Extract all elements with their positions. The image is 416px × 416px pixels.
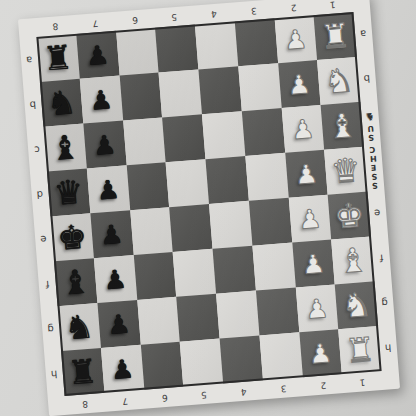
square-d3 — [245, 153, 288, 201]
rank-label-8-bottom: 8 — [65, 393, 106, 415]
piece-black-bishop-f8: ♝ — [60, 265, 92, 300]
square-e1: ♚ — [328, 192, 371, 240]
square-h3 — [259, 332, 302, 380]
square-g8: ♞ — [58, 303, 101, 351]
piece-black-pawn-f7: ♟ — [103, 265, 128, 293]
file-label-g-right: g — [375, 280, 395, 326]
square-h1: ♜ — [338, 326, 381, 374]
square-b5 — [159, 69, 202, 117]
square-h7: ♟ — [101, 345, 144, 393]
piece-black-pawn-a7: ♟ — [85, 41, 110, 69]
square-e2: ♟ — [288, 195, 331, 243]
square-a5 — [155, 25, 198, 73]
square-c8: ♝ — [43, 124, 86, 172]
square-c2: ♟ — [281, 105, 324, 153]
us-chess-knight-icon: ♞ — [364, 110, 375, 124]
square-d1: ♛ — [324, 147, 367, 195]
square-c5 — [162, 114, 205, 162]
square-g1: ♞ — [335, 281, 378, 329]
square-f3 — [252, 243, 295, 291]
square-g6 — [137, 297, 180, 345]
square-f8: ♝ — [54, 258, 97, 306]
square-a2: ♟ — [274, 15, 317, 63]
square-e3 — [249, 198, 292, 246]
square-b3 — [238, 63, 281, 111]
square-c7: ♟ — [83, 121, 126, 169]
square-b2: ♟ — [278, 60, 321, 108]
square-f2: ♟ — [292, 240, 335, 288]
file-label-f-right: f — [371, 235, 391, 281]
rank-label-2-bottom: 2 — [302, 374, 343, 396]
square-b4 — [198, 66, 241, 114]
square-g3 — [256, 287, 299, 335]
square-c1: ♝ — [321, 102, 364, 150]
square-b7: ♟ — [80, 76, 123, 124]
square-g5 — [176, 294, 219, 342]
piece-black-pawn-e7: ♟ — [99, 220, 124, 248]
piece-white-pawn-c2: ♟ — [290, 115, 315, 143]
piece-white-pawn-b2: ♟ — [287, 70, 312, 98]
square-f5 — [173, 249, 216, 297]
square-d2: ♟ — [285, 150, 328, 198]
photo-scene: ♞USCHESS 8877665544332211aabbccddeeffggh… — [0, 0, 416, 416]
piece-black-pawn-b7: ♟ — [88, 86, 113, 114]
piece-white-bishop-c1: ♝ — [326, 108, 358, 143]
piece-black-bishop-c8: ♝ — [49, 130, 81, 165]
square-a3 — [235, 18, 278, 66]
piece-black-rook-a8: ♜ — [42, 40, 74, 75]
file-label-b-right: b — [357, 56, 377, 102]
square-d6 — [126, 162, 169, 210]
piece-black-queen-d8: ♛ — [52, 175, 84, 210]
piece-black-pawn-d7: ♟ — [96, 175, 121, 203]
piece-white-rook-h1: ♜ — [344, 332, 376, 367]
piece-white-rook-a1: ♜ — [319, 18, 351, 53]
piece-white-knight-g1: ♞ — [340, 288, 372, 323]
piece-white-pawn-e2: ♟ — [297, 205, 322, 233]
square-c4 — [202, 111, 245, 159]
piece-black-pawn-c7: ♟ — [92, 131, 117, 159]
square-a4 — [195, 21, 238, 69]
square-e4 — [209, 201, 252, 249]
piece-white-pawn-h2: ♟ — [308, 339, 333, 367]
square-d7: ♟ — [87, 165, 130, 213]
square-g7: ♟ — [97, 300, 140, 348]
square-b8: ♞ — [40, 79, 83, 127]
square-a1: ♜ — [314, 12, 357, 60]
square-a6 — [116, 28, 159, 76]
square-f7: ♟ — [94, 255, 137, 303]
piece-white-queen-d1: ♛ — [330, 153, 362, 188]
square-f6 — [133, 252, 176, 300]
square-d4 — [205, 156, 248, 204]
square-h8: ♜ — [61, 348, 104, 396]
square-b1: ♞ — [317, 57, 360, 105]
piece-white-king-e1: ♚ — [333, 198, 365, 233]
file-label-e-right: e — [368, 190, 388, 236]
square-h4 — [220, 335, 263, 383]
rank-label-5-bottom: 5 — [183, 383, 224, 405]
rank-label-3-bottom: 3 — [263, 377, 304, 399]
piece-white-pawn-d2: ♟ — [294, 160, 319, 188]
square-f4 — [213, 246, 256, 294]
square-b6 — [119, 73, 162, 121]
square-e8: ♚ — [50, 213, 93, 261]
piece-black-rook-h8: ♜ — [67, 354, 99, 389]
square-g4 — [216, 291, 259, 339]
square-c6 — [123, 117, 166, 165]
piece-white-pawn-g2: ♟ — [304, 294, 329, 322]
square-a7: ♟ — [76, 31, 119, 79]
square-d5 — [166, 159, 209, 207]
piece-black-king-e8: ♚ — [56, 220, 88, 255]
square-a8: ♜ — [36, 34, 79, 82]
piece-white-pawn-a2: ♟ — [283, 25, 308, 53]
square-e5 — [169, 204, 212, 252]
piece-white-knight-b1: ♞ — [323, 63, 355, 98]
piece-black-pawn-g7: ♟ — [106, 310, 131, 338]
rank-label-1-bottom: 1 — [342, 371, 383, 393]
chess-board: ♞USCHESS 8877665544332211aabbccddeeffggh… — [18, 0, 400, 416]
rank-label-4-bottom: 4 — [223, 380, 264, 402]
square-e6 — [130, 207, 173, 255]
square-e7: ♟ — [90, 210, 133, 258]
file-label-a-right: a — [353, 11, 373, 57]
square-h6 — [140, 342, 183, 390]
square-h5 — [180, 339, 223, 387]
square-h2: ♟ — [299, 329, 342, 377]
piece-white-pawn-f2: ♟ — [301, 250, 326, 278]
piece-black-knight-g8: ♞ — [63, 309, 95, 344]
piece-black-pawn-h7: ♟ — [110, 355, 135, 383]
square-f1: ♝ — [331, 236, 374, 284]
rank-label-7-bottom: 7 — [104, 390, 145, 412]
piece-black-knight-b8: ♞ — [45, 85, 77, 120]
square-g2: ♟ — [295, 284, 338, 332]
rank-label-6-bottom: 6 — [144, 387, 185, 409]
piece-white-bishop-f1: ♝ — [337, 243, 369, 278]
square-c3 — [242, 108, 285, 156]
square-d8: ♛ — [47, 168, 90, 216]
file-label-h-right: h — [378, 325, 398, 371]
